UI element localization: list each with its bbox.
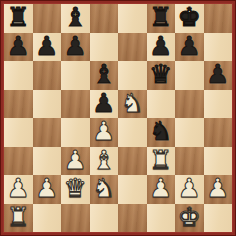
square-a1[interactable]: ♜ [4, 204, 33, 233]
square-f1[interactable] [147, 204, 176, 233]
square-b1[interactable] [33, 204, 62, 233]
square-h4[interactable] [204, 118, 233, 147]
square-b6[interactable] [33, 61, 62, 90]
square-a8[interactable]: ♜ [4, 4, 33, 33]
square-d7[interactable] [90, 33, 119, 62]
square-f4[interactable]: ♞ [147, 118, 176, 147]
piece-white-queen[interactable]: ♛ [64, 175, 87, 202]
square-c5[interactable] [61, 90, 90, 119]
square-a7[interactable]: ♟ [4, 33, 33, 62]
square-c2[interactable]: ♛ [61, 175, 90, 204]
square-f3[interactable]: ♜ [147, 147, 176, 176]
square-d8[interactable] [90, 4, 119, 33]
square-e4[interactable] [118, 118, 147, 147]
square-e6[interactable] [118, 61, 147, 90]
square-a5[interactable] [4, 90, 33, 119]
square-c3[interactable]: ♟ [61, 147, 90, 176]
piece-white-pawn[interactable]: ♟ [206, 175, 229, 202]
square-d2[interactable]: ♞ [90, 175, 119, 204]
square-d3[interactable]: ♝ [90, 147, 119, 176]
piece-white-bishop[interactable]: ♝ [92, 147, 115, 174]
square-e7[interactable] [118, 33, 147, 62]
square-f7[interactable]: ♟ [147, 33, 176, 62]
square-g8[interactable]: ♚ [175, 4, 204, 33]
square-a3[interactable] [4, 147, 33, 176]
piece-black-pawn[interactable]: ♟ [64, 33, 87, 60]
square-g1[interactable]: ♚ [175, 204, 204, 233]
piece-white-pawn[interactable]: ♟ [92, 118, 115, 145]
piece-black-rook[interactable]: ♜ [7, 4, 30, 31]
square-h2[interactable]: ♟ [204, 175, 233, 204]
square-b8[interactable] [33, 4, 62, 33]
piece-white-pawn[interactable]: ♟ [178, 175, 201, 202]
piece-white-knight[interactable]: ♞ [92, 175, 115, 202]
square-e5[interactable]: ♞ [118, 90, 147, 119]
square-f8[interactable]: ♜ [147, 4, 176, 33]
chess-board: ♜♝♜♚♟♟♟♟♟♝♛♟♟♞♟♞♟♝♜♟♟♛♞♟♟♟♜♚ [4, 4, 232, 232]
square-h8[interactable] [204, 4, 233, 33]
square-a4[interactable] [4, 118, 33, 147]
square-f2[interactable]: ♟ [147, 175, 176, 204]
square-b4[interactable] [33, 118, 62, 147]
piece-white-king[interactable]: ♚ [178, 204, 201, 231]
square-h5[interactable] [204, 90, 233, 119]
piece-white-pawn[interactable]: ♟ [64, 147, 87, 174]
square-c8[interactable]: ♝ [61, 4, 90, 33]
square-g7[interactable]: ♟ [175, 33, 204, 62]
piece-white-pawn[interactable]: ♟ [7, 175, 30, 202]
piece-white-knight[interactable]: ♞ [121, 90, 144, 117]
square-g6[interactable] [175, 61, 204, 90]
square-a2[interactable]: ♟ [4, 175, 33, 204]
square-c6[interactable] [61, 61, 90, 90]
piece-black-queen[interactable]: ♛ [149, 61, 172, 88]
square-g3[interactable] [175, 147, 204, 176]
board-frame: ♜♝♜♚♟♟♟♟♟♝♛♟♟♞♟♞♟♝♜♟♟♛♞♟♟♟♜♚ [0, 0, 236, 236]
piece-white-rook[interactable]: ♜ [149, 147, 172, 174]
piece-black-pawn[interactable]: ♟ [178, 33, 201, 60]
square-c4[interactable] [61, 118, 90, 147]
square-f5[interactable] [147, 90, 176, 119]
piece-black-pawn[interactable]: ♟ [7, 33, 30, 60]
square-b3[interactable] [33, 147, 62, 176]
piece-black-bishop[interactable]: ♝ [64, 4, 87, 31]
piece-black-pawn[interactable]: ♟ [206, 61, 229, 88]
square-g2[interactable]: ♟ [175, 175, 204, 204]
square-d5[interactable]: ♟ [90, 90, 119, 119]
square-b2[interactable]: ♟ [33, 175, 62, 204]
piece-black-rook[interactable]: ♜ [149, 4, 172, 31]
square-h7[interactable] [204, 33, 233, 62]
square-h3[interactable] [204, 147, 233, 176]
square-e1[interactable] [118, 204, 147, 233]
piece-black-pawn[interactable]: ♟ [35, 33, 58, 60]
piece-black-king[interactable]: ♚ [178, 4, 201, 31]
square-c7[interactable]: ♟ [61, 33, 90, 62]
piece-white-pawn[interactable]: ♟ [35, 175, 58, 202]
square-h6[interactable]: ♟ [204, 61, 233, 90]
piece-black-bishop[interactable]: ♝ [92, 61, 115, 88]
square-h1[interactable] [204, 204, 233, 233]
square-d1[interactable] [90, 204, 119, 233]
piece-black-pawn[interactable]: ♟ [149, 33, 172, 60]
square-d4[interactable]: ♟ [90, 118, 119, 147]
piece-white-pawn[interactable]: ♟ [149, 175, 172, 202]
square-e2[interactable] [118, 175, 147, 204]
square-a6[interactable] [4, 61, 33, 90]
square-e8[interactable] [118, 4, 147, 33]
piece-black-knight[interactable]: ♞ [149, 118, 172, 145]
square-g5[interactable] [175, 90, 204, 119]
square-e3[interactable] [118, 147, 147, 176]
piece-white-rook[interactable]: ♜ [7, 204, 30, 231]
square-g4[interactable] [175, 118, 204, 147]
square-c1[interactable] [61, 204, 90, 233]
square-f6[interactable]: ♛ [147, 61, 176, 90]
piece-black-pawn[interactable]: ♟ [92, 90, 115, 117]
square-d6[interactable]: ♝ [90, 61, 119, 90]
square-b7[interactable]: ♟ [33, 33, 62, 62]
square-b5[interactable] [33, 90, 62, 119]
